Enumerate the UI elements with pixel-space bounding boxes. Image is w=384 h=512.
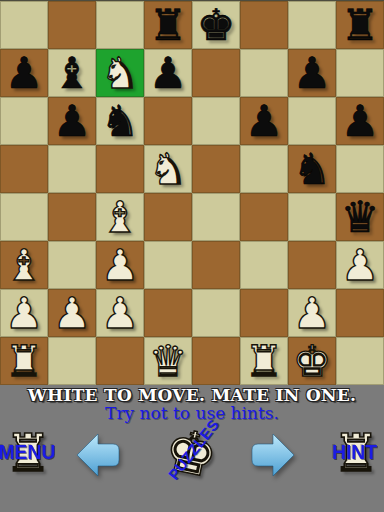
- square-f1[interactable]: ♜: [240, 337, 288, 385]
- black-pawn: ♟: [341, 98, 380, 144]
- square-h7[interactable]: [336, 49, 384, 97]
- square-c2[interactable]: ♟: [96, 289, 144, 337]
- black-pawn: ♟: [5, 50, 44, 96]
- black-rook: ♜: [341, 2, 380, 48]
- hint-button[interactable]: ♜ HINT: [328, 424, 384, 482]
- black-pawn: ♟: [149, 50, 188, 96]
- square-b5[interactable]: [48, 145, 96, 193]
- black-queen: ♛: [341, 194, 380, 240]
- white-knight: ♞: [149, 146, 188, 192]
- square-g8[interactable]: [288, 1, 336, 49]
- square-d1[interactable]: ♛: [144, 337, 192, 385]
- square-e4[interactable]: [192, 193, 240, 241]
- bottom-panel: WHITE TO MOVE. MATE IN ONE. Try not to u…: [0, 384, 384, 512]
- white-bishop: ♝: [101, 194, 140, 240]
- square-c4[interactable]: ♝: [96, 193, 144, 241]
- square-g3[interactable]: [288, 241, 336, 289]
- white-knight: ♞: [101, 50, 140, 96]
- square-f5[interactable]: [240, 145, 288, 193]
- square-c3[interactable]: ♟: [96, 241, 144, 289]
- square-h4[interactable]: ♛: [336, 193, 384, 241]
- square-d3[interactable]: [144, 241, 192, 289]
- chess-puzzle-app: ♜♚♜♟♝♞♟♟♟♞♟♟♞♞♝♛♝♟♟♟♟♟♟♜♛♜♚ WHITE TO MOV…: [0, 0, 384, 512]
- square-f6[interactable]: ♟: [240, 97, 288, 145]
- square-f2[interactable]: [240, 289, 288, 337]
- square-b4[interactable]: [48, 193, 96, 241]
- square-h2[interactable]: [336, 289, 384, 337]
- white-pawn: ♟: [293, 290, 332, 336]
- square-b1[interactable]: [48, 337, 96, 385]
- square-f8[interactable]: [240, 1, 288, 49]
- square-b3[interactable]: [48, 241, 96, 289]
- square-g7[interactable]: ♟: [288, 49, 336, 97]
- square-e8[interactable]: ♚: [192, 1, 240, 49]
- square-b6[interactable]: ♟: [48, 97, 96, 145]
- black-pawn: ♟: [245, 98, 284, 144]
- white-rook: ♜: [245, 338, 284, 384]
- white-pawn: ♟: [53, 290, 92, 336]
- square-h6[interactable]: ♟: [336, 97, 384, 145]
- square-c6[interactable]: ♞: [96, 97, 144, 145]
- square-h1[interactable]: [336, 337, 384, 385]
- square-e1[interactable]: [192, 337, 240, 385]
- right-arrow-icon: [249, 430, 297, 480]
- square-d8[interactable]: ♜: [144, 1, 192, 49]
- white-pawn: ♟: [101, 290, 140, 336]
- square-a1[interactable]: ♜: [0, 337, 48, 385]
- square-d6[interactable]: [144, 97, 192, 145]
- square-g6[interactable]: [288, 97, 336, 145]
- white-rook: ♜: [5, 338, 44, 384]
- puzzle-status-text: WHITE TO MOVE. MATE IN ONE.: [0, 384, 384, 404]
- square-g5[interactable]: ♞: [288, 145, 336, 193]
- square-a7[interactable]: ♟: [0, 49, 48, 97]
- square-e7[interactable]: [192, 49, 240, 97]
- square-d5[interactable]: ♞: [144, 145, 192, 193]
- square-e3[interactable]: [192, 241, 240, 289]
- white-pawn: ♟: [5, 290, 44, 336]
- square-c1[interactable]: [96, 337, 144, 385]
- square-g2[interactable]: ♟: [288, 289, 336, 337]
- white-pawn: ♟: [341, 242, 380, 288]
- square-e5[interactable]: [192, 145, 240, 193]
- square-e6[interactable]: [192, 97, 240, 145]
- square-d2[interactable]: [144, 289, 192, 337]
- square-b8[interactable]: [48, 1, 96, 49]
- square-c7[interactable]: ♞: [96, 49, 144, 97]
- black-king: ♚: [197, 2, 236, 48]
- square-g1[interactable]: ♚: [288, 337, 336, 385]
- square-d4[interactable]: [144, 193, 192, 241]
- square-f7[interactable]: [240, 49, 288, 97]
- square-a5[interactable]: [0, 145, 48, 193]
- black-pawn: ♟: [53, 98, 92, 144]
- white-king: ♚: [293, 338, 332, 384]
- square-a3[interactable]: ♝: [0, 241, 48, 289]
- black-bishop: ♝: [53, 50, 92, 96]
- next-puzzle-button[interactable]: [249, 430, 297, 480]
- square-a6[interactable]: [0, 97, 48, 145]
- square-b2[interactable]: ♟: [48, 289, 96, 337]
- black-knight: ♞: [101, 98, 140, 144]
- square-g4[interactable]: [288, 193, 336, 241]
- white-pawn: ♟: [101, 242, 140, 288]
- black-knight: ♞: [293, 146, 332, 192]
- square-f3[interactable]: [240, 241, 288, 289]
- square-a8[interactable]: [0, 1, 48, 49]
- square-h3[interactable]: ♟: [336, 241, 384, 289]
- left-arrow-icon: [74, 430, 122, 480]
- square-a4[interactable]: [0, 193, 48, 241]
- square-c5[interactable]: [96, 145, 144, 193]
- square-e2[interactable]: [192, 289, 240, 337]
- square-b7[interactable]: ♝: [48, 49, 96, 97]
- menu-button-label: MENU: [0, 440, 55, 464]
- puzzles-button[interactable]: ♚ PUZZLES: [156, 418, 226, 488]
- menu-button[interactable]: ♜ MENU: [1, 424, 55, 482]
- hint-button-label: HINT: [332, 440, 377, 464]
- previous-puzzle-button[interactable]: [74, 430, 122, 480]
- square-h5[interactable]: [336, 145, 384, 193]
- square-c8[interactable]: [96, 1, 144, 49]
- black-pawn: ♟: [293, 50, 332, 96]
- square-a2[interactable]: ♟: [0, 289, 48, 337]
- square-d7[interactable]: ♟: [144, 49, 192, 97]
- square-h8[interactable]: ♜: [336, 1, 384, 49]
- white-queen: ♛: [149, 338, 188, 384]
- square-f4[interactable]: [240, 193, 288, 241]
- black-rook: ♜: [149, 2, 188, 48]
- chess-board: ♜♚♜♟♝♞♟♟♟♞♟♟♞♞♝♛♝♟♟♟♟♟♟♜♛♜♚: [0, 0, 384, 384]
- white-bishop: ♝: [5, 242, 44, 288]
